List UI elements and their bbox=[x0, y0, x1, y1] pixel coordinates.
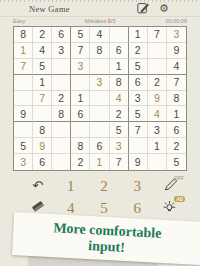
sudoku-cell-r2c5[interactable]: 8 bbox=[90, 43, 109, 59]
sudoku-cell-r5c8[interactable]: 9 bbox=[148, 91, 167, 107]
sudoku-cell-r7c9[interactable]: 6 bbox=[167, 122, 186, 138]
sudoku-cell-r9c8[interactable] bbox=[148, 154, 167, 170]
sudoku-cell-r1c1[interactable]: 8 bbox=[14, 27, 33, 43]
mistakes-label: Mistakes bbox=[85, 18, 107, 24]
sudoku-cell-r7c8[interactable]: 3 bbox=[148, 122, 167, 138]
sudoku-cell-r4c3[interactable] bbox=[52, 75, 71, 91]
numpad-3[interactable]: 3 bbox=[121, 175, 154, 197]
sudoku-cell-r6c5[interactable] bbox=[90, 106, 109, 122]
sudoku-cell-r7c2[interactable]: 8 bbox=[33, 122, 52, 138]
sudoku-cell-r6c1[interactable]: 9 bbox=[14, 106, 33, 122]
sudoku-cell-r1c9[interactable]: 3 bbox=[167, 27, 186, 43]
sudoku-cell-r2c1[interactable]: 1 bbox=[14, 43, 33, 59]
sudoku-cell-r4c2[interactable]: 1 bbox=[33, 75, 52, 91]
gear-icon: ⚙ bbox=[159, 2, 169, 15]
sudoku-cell-r7c6[interactable]: 5 bbox=[110, 122, 129, 138]
difficulty-label: Easy bbox=[13, 18, 25, 24]
sudoku-cell-r1c7[interactable]: 1 bbox=[129, 27, 148, 43]
sudoku-cell-r8c8[interactable]: 1 bbox=[148, 138, 167, 154]
sudoku-cell-r8c3[interactable] bbox=[52, 138, 71, 154]
sudoku-cell-r9c1[interactable]: 3 bbox=[14, 154, 33, 170]
pencil-button[interactable]: OFF bbox=[154, 175, 187, 197]
undo-icon: ↶ bbox=[32, 178, 43, 193]
sudoku-cell-r6c2[interactable] bbox=[33, 106, 52, 122]
sudoku-grid: 8265417314378629753154138627721439898625… bbox=[13, 26, 187, 171]
numpad-1[interactable]: 1 bbox=[54, 175, 87, 197]
sudoku-cell-r9c5[interactable]: 1 bbox=[90, 154, 109, 170]
notes-button[interactable] bbox=[135, 2, 151, 16]
sudoku-cell-r2c8[interactable] bbox=[148, 43, 167, 59]
status-bar: Easy Mistakes 0/5 00:00:08 bbox=[0, 18, 200, 26]
sudoku-cell-r6c6[interactable]: 2 bbox=[110, 106, 129, 122]
sudoku-cell-r3c5[interactable] bbox=[90, 59, 109, 75]
sudoku-cell-r8c5[interactable]: 6 bbox=[90, 138, 109, 154]
sudoku-app-screen: New Game ⚙ Easy Mistakes 0/5 00:00:08 82… bbox=[0, 0, 200, 266]
sudoku-cell-r8c2[interactable]: 9 bbox=[33, 138, 52, 154]
banner-line2: input! bbox=[88, 238, 125, 256]
sudoku-cell-r3c2[interactable]: 5 bbox=[33, 59, 52, 75]
sudoku-cell-r2c9[interactable]: 9 bbox=[167, 43, 186, 59]
sudoku-cell-r8c9[interactable]: 2 bbox=[167, 138, 186, 154]
sudoku-cell-r6c4[interactable]: 6 bbox=[71, 106, 90, 122]
sudoku-cell-r4c5[interactable]: 3 bbox=[90, 75, 109, 91]
sudoku-cell-r8c1[interactable]: 5 bbox=[14, 138, 33, 154]
sudoku-cell-r9c4[interactable]: 2 bbox=[71, 154, 90, 170]
mistakes-counter: Mistakes 0/5 bbox=[85, 18, 116, 24]
sudoku-cell-r4c1[interactable] bbox=[14, 75, 33, 91]
sudoku-cell-r6c3[interactable]: 8 bbox=[52, 106, 71, 122]
sudoku-cell-r6c7[interactable]: 5 bbox=[129, 106, 148, 122]
sudoku-cell-r1c3[interactable]: 6 bbox=[52, 27, 71, 43]
sudoku-cell-r9c7[interactable]: 9 bbox=[129, 154, 148, 170]
sudoku-cell-r3c6[interactable]: 1 bbox=[110, 59, 129, 75]
sudoku-cell-r7c7[interactable]: 7 bbox=[129, 122, 148, 138]
hint-button[interactable]: AD bbox=[154, 197, 187, 219]
sudoku-cell-r1c5[interactable]: 4 bbox=[90, 27, 109, 43]
numpad-6[interactable]: 6 bbox=[121, 197, 154, 219]
undo-button[interactable]: ↶ bbox=[21, 175, 54, 197]
timer: 00:00:08 bbox=[166, 18, 187, 24]
mistakes-total: /5 bbox=[111, 18, 116, 24]
sudoku-cell-r4c8[interactable]: 2 bbox=[148, 75, 167, 91]
hint-ad-badge: AD bbox=[174, 196, 185, 202]
sudoku-cell-r7c4[interactable] bbox=[71, 122, 90, 138]
sudoku-cell-r5c1[interactable] bbox=[14, 91, 33, 107]
header-divider bbox=[0, 16, 200, 17]
numpad-2[interactable]: 2 bbox=[87, 175, 120, 197]
sudoku-cell-r5c5[interactable] bbox=[90, 91, 109, 107]
sudoku-cell-r8c4[interactable]: 8 bbox=[71, 138, 90, 154]
sudoku-cell-r5c3[interactable]: 2 bbox=[52, 91, 71, 107]
sudoku-cell-r3c7[interactable]: 5 bbox=[129, 59, 148, 75]
sudoku-cell-r3c9[interactable]: 4 bbox=[167, 59, 186, 75]
sudoku-cell-r2c4[interactable]: 7 bbox=[71, 43, 90, 59]
numpad: ↶ 1 2 3 OFF 4 5 6 bbox=[21, 175, 187, 219]
sudoku-cell-r1c2[interactable]: 2 bbox=[33, 27, 52, 43]
sudoku-cell-r3c1[interactable]: 7 bbox=[14, 59, 33, 75]
sudoku-cell-r4c6[interactable]: 8 bbox=[110, 75, 129, 91]
sudoku-cell-r8c6[interactable]: 3 bbox=[110, 138, 129, 154]
sudoku-cell-r2c6[interactable]: 6 bbox=[110, 43, 129, 59]
sudoku-cell-r4c7[interactable]: 6 bbox=[129, 75, 148, 91]
sudoku-cell-r1c6[interactable] bbox=[110, 27, 129, 43]
sudoku-cell-r9c3[interactable] bbox=[52, 154, 71, 170]
sudoku-cell-r3c8[interactable] bbox=[148, 59, 167, 75]
settings-button[interactable]: ⚙ bbox=[156, 1, 172, 15]
sudoku-cell-r5c7[interactable]: 3 bbox=[129, 91, 148, 107]
sudoku-cell-r5c2[interactable]: 7 bbox=[33, 91, 52, 107]
sudoku-cell-r4c4[interactable] bbox=[71, 75, 90, 91]
sudoku-cell-r5c4[interactable]: 1 bbox=[71, 91, 90, 107]
sudoku-cell-r7c3[interactable] bbox=[52, 122, 71, 138]
sudoku-cell-r2c7[interactable]: 2 bbox=[129, 43, 148, 59]
sudoku-cell-r7c1[interactable] bbox=[14, 122, 33, 138]
sudoku-cell-r9c6[interactable]: 7 bbox=[110, 154, 129, 170]
sudoku-cell-r1c4[interactable]: 5 bbox=[71, 27, 90, 43]
sudoku-cell-r1c8[interactable]: 7 bbox=[148, 27, 167, 43]
pencil-off-label: OFF bbox=[174, 176, 184, 181]
sudoku-cell-r9c9[interactable]: 5 bbox=[167, 154, 186, 170]
sudoku-cell-r6c9[interactable]: 1 bbox=[167, 106, 186, 122]
sudoku-cell-r5c6[interactable]: 4 bbox=[110, 91, 129, 107]
sudoku-cell-r4c9[interactable]: 7 bbox=[167, 75, 186, 91]
page-title: New Game bbox=[29, 4, 70, 14]
sudoku-cell-r2c3[interactable]: 3 bbox=[52, 43, 71, 59]
sudoku-cell-r3c3[interactable] bbox=[52, 59, 71, 75]
sudoku-cell-r5c9[interactable]: 8 bbox=[167, 91, 186, 107]
sudoku-cell-r7c5[interactable] bbox=[90, 122, 109, 138]
sudoku-cell-r3c4[interactable]: 3 bbox=[71, 59, 90, 75]
sudoku-cell-r2c2[interactable]: 4 bbox=[33, 43, 52, 59]
sudoku-cell-r9c2[interactable]: 6 bbox=[33, 154, 52, 170]
sudoku-cell-r8c7[interactable] bbox=[129, 138, 148, 154]
sudoku-cell-r6c8[interactable]: 4 bbox=[148, 106, 167, 122]
